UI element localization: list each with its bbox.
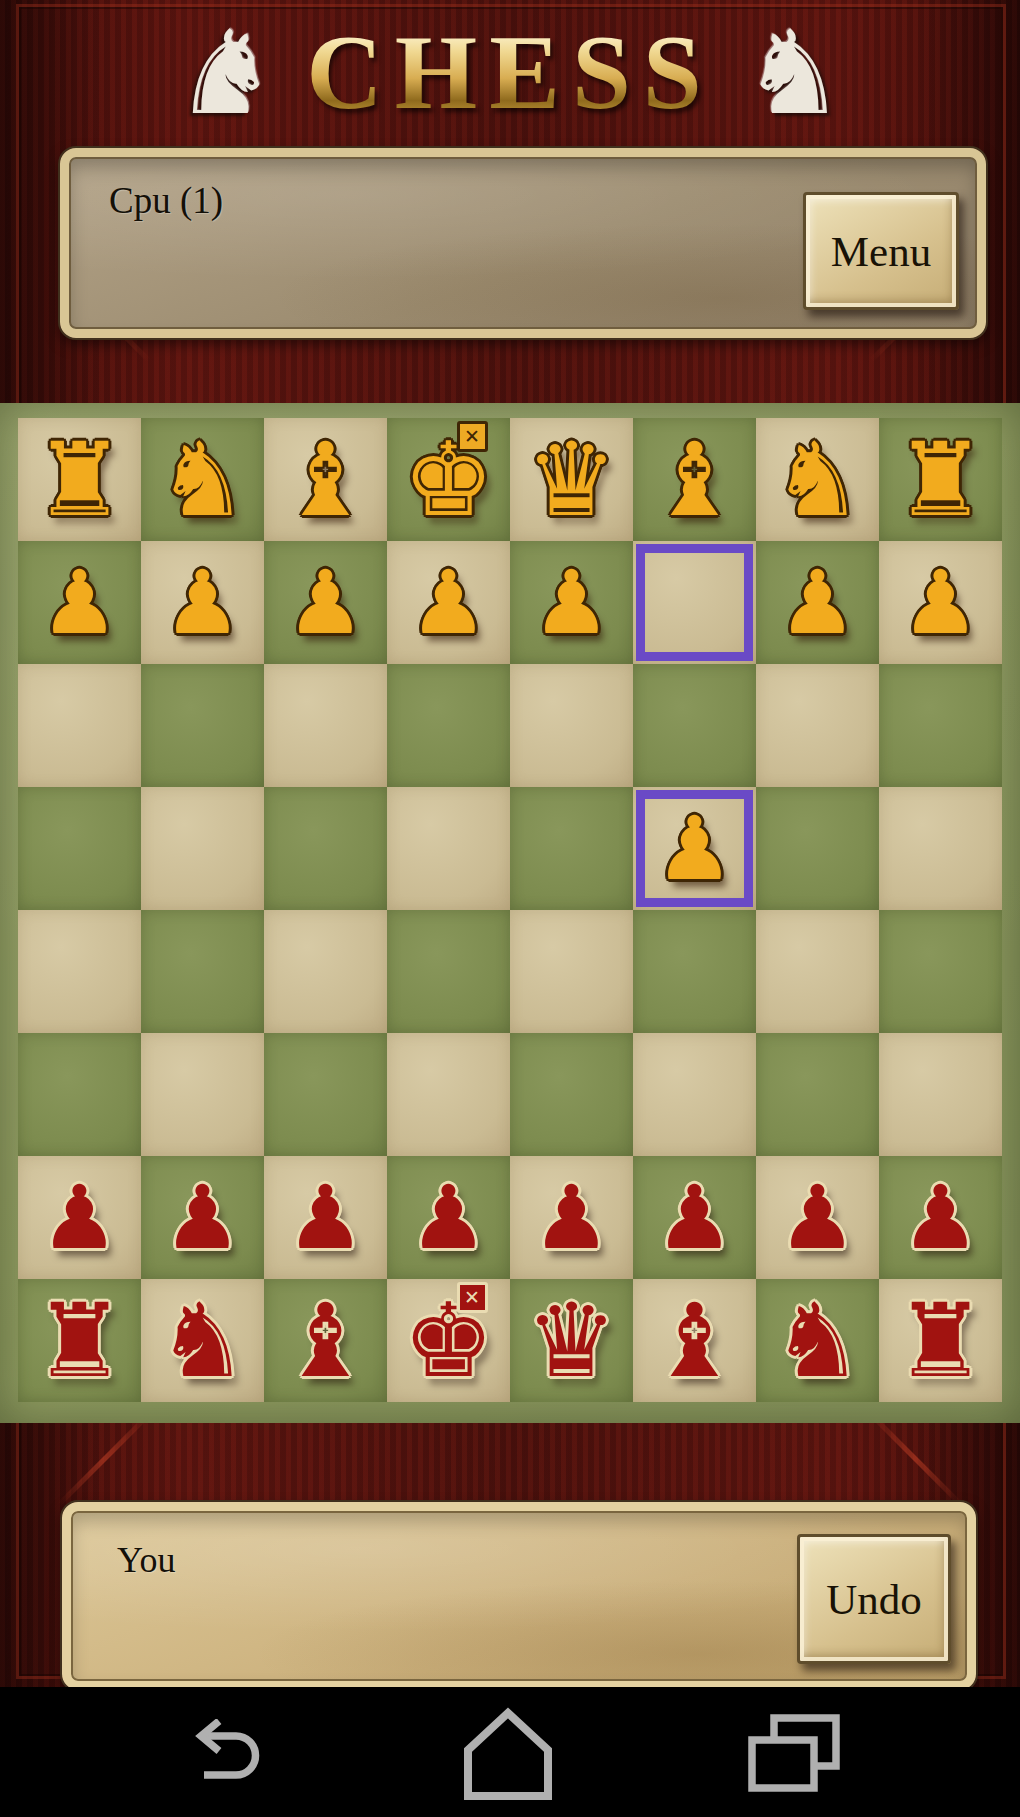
square-e3[interactable] (387, 664, 510, 787)
square-e4[interactable] (387, 787, 510, 910)
menu-button[interactable]: Menu (803, 192, 959, 310)
piece-white-pawn[interactable]: ♟ (40, 559, 119, 647)
piece-white-knight[interactable]: ♞ (772, 429, 863, 531)
square-e7[interactable]: ♟ (387, 1156, 510, 1279)
knight-left-icon: ♞ (174, 15, 278, 131)
square-b3[interactable] (756, 664, 879, 787)
square-e5[interactable] (387, 910, 510, 1033)
square-c2[interactable] (633, 541, 756, 664)
piece-black-pawn[interactable]: ♟ (655, 1174, 734, 1262)
square-c8[interactable]: ♝ (633, 1279, 756, 1402)
square-e2[interactable]: ♟ (387, 541, 510, 664)
square-d5[interactable] (510, 910, 633, 1033)
player-label: You (117, 1539, 175, 1581)
app-title: CHESS (306, 20, 714, 126)
square-d1[interactable]: ♛ (510, 418, 633, 541)
square-b1[interactable]: ♞ (756, 418, 879, 541)
square-c7[interactable]: ♟ (633, 1156, 756, 1279)
square-c6[interactable] (633, 1033, 756, 1156)
home-icon[interactable] (452, 1704, 564, 1800)
piece-white-pawn[interactable]: ♟ (655, 805, 734, 893)
square-g2[interactable]: ♟ (141, 541, 264, 664)
king-marker-icon: ✕ (457, 1282, 488, 1313)
piece-white-pawn[interactable]: ♟ (532, 559, 611, 647)
piece-white-rook[interactable]: ♜ (895, 429, 986, 531)
square-a6[interactable] (879, 1033, 1002, 1156)
square-d2[interactable]: ♟ (510, 541, 633, 664)
piece-white-bishop[interactable]: ♝ (280, 429, 371, 531)
square-b6[interactable] (756, 1033, 879, 1156)
piece-black-rook[interactable]: ♜ (34, 1290, 125, 1392)
square-g5[interactable] (141, 910, 264, 1033)
square-h8[interactable]: ♜ (18, 1279, 141, 1402)
opponent-status-panel: Cpu (1) Menu (60, 148, 986, 338)
square-e6[interactable] (387, 1033, 510, 1156)
square-b7[interactable]: ♟ (756, 1156, 879, 1279)
square-d7[interactable]: ♟ (510, 1156, 633, 1279)
square-c5[interactable] (633, 910, 756, 1033)
piece-black-pawn[interactable]: ♟ (163, 1174, 242, 1262)
piece-white-pawn[interactable]: ♟ (901, 559, 980, 647)
square-d4[interactable] (510, 787, 633, 910)
player-status-panel: You Undo (62, 1502, 976, 1690)
piece-black-pawn[interactable]: ♟ (901, 1174, 980, 1262)
piece-black-pawn[interactable]: ♟ (40, 1174, 119, 1262)
square-h7[interactable]: ♟ (18, 1156, 141, 1279)
square-c4[interactable]: ♟ (633, 787, 756, 910)
square-a1[interactable]: ♜ (879, 418, 1002, 541)
square-e1[interactable]: ♚✕ (387, 418, 510, 541)
square-h3[interactable] (18, 664, 141, 787)
piece-white-rook[interactable]: ♜ (34, 429, 125, 531)
square-e8[interactable]: ♚✕ (387, 1279, 510, 1402)
square-c1[interactable]: ♝ (633, 418, 756, 541)
undo-button[interactable]: Undo (797, 1534, 951, 1664)
piece-black-queen[interactable]: ♛ (526, 1290, 617, 1392)
square-f2[interactable]: ♟ (264, 541, 387, 664)
king-marker-icon: ✕ (457, 421, 488, 452)
piece-white-pawn[interactable]: ♟ (286, 559, 365, 647)
square-g1[interactable]: ♞ (141, 418, 264, 541)
chess-board: ♜♞♝♚✕♛♝♞♜♟♟♟♟♟♟♟♟♟♟♟♟♟♟♟♟♜♞♝♚✕♛♝♞♜ (0, 403, 1020, 1423)
square-f3[interactable] (264, 664, 387, 787)
square-f6[interactable] (264, 1033, 387, 1156)
square-g7[interactable]: ♟ (141, 1156, 264, 1279)
square-f5[interactable] (264, 910, 387, 1033)
piece-white-pawn[interactable]: ♟ (163, 559, 242, 647)
square-d3[interactable] (510, 664, 633, 787)
recents-icon[interactable] (742, 1712, 846, 1796)
square-a3[interactable] (879, 664, 1002, 787)
square-c3[interactable] (633, 664, 756, 787)
square-a8[interactable]: ♜ (879, 1279, 1002, 1402)
piece-white-pawn[interactable]: ♟ (409, 559, 488, 647)
square-a4[interactable] (879, 787, 1002, 910)
piece-black-pawn[interactable]: ♟ (532, 1174, 611, 1262)
square-a5[interactable] (879, 910, 1002, 1033)
piece-white-bishop[interactable]: ♝ (649, 429, 740, 531)
square-b4[interactable] (756, 787, 879, 910)
piece-white-knight[interactable]: ♞ (157, 429, 248, 531)
knight-right-icon: ♞ (742, 15, 846, 131)
square-b5[interactable] (756, 910, 879, 1033)
piece-white-queen[interactable]: ♛ (526, 429, 617, 531)
board-grid: ♜♞♝♚✕♛♝♞♜♟♟♟♟♟♟♟♟♟♟♟♟♟♟♟♟♜♞♝♚✕♛♝♞♜ (18, 418, 1002, 1402)
piece-black-knight[interactable]: ♞ (772, 1290, 863, 1392)
piece-black-pawn[interactable]: ♟ (778, 1174, 857, 1262)
square-f1[interactable]: ♝ (264, 418, 387, 541)
android-navigation-bar (0, 1687, 1020, 1817)
square-d6[interactable] (510, 1033, 633, 1156)
square-h6[interactable] (18, 1033, 141, 1156)
square-h4[interactable] (18, 787, 141, 910)
square-g3[interactable] (141, 664, 264, 787)
square-b2[interactable]: ♟ (756, 541, 879, 664)
square-g6[interactable] (141, 1033, 264, 1156)
square-b8[interactable]: ♞ (756, 1279, 879, 1402)
square-h2[interactable]: ♟ (18, 541, 141, 664)
square-f4[interactable] (264, 787, 387, 910)
piece-black-pawn[interactable]: ♟ (286, 1174, 365, 1262)
piece-black-bishop[interactable]: ♝ (280, 1290, 371, 1392)
piece-white-pawn[interactable]: ♟ (778, 559, 857, 647)
piece-black-bishop[interactable]: ♝ (649, 1290, 740, 1392)
square-f7[interactable]: ♟ (264, 1156, 387, 1279)
square-h5[interactable] (18, 910, 141, 1033)
square-a7[interactable]: ♟ (879, 1156, 1002, 1279)
opponent-label: Cpu (1) (109, 179, 223, 222)
piece-black-pawn[interactable]: ♟ (409, 1174, 488, 1262)
piece-black-knight[interactable]: ♞ (157, 1290, 248, 1392)
square-f8[interactable]: ♝ (264, 1279, 387, 1402)
square-g4[interactable] (141, 787, 264, 910)
title-bar: ♞ CHESS ♞ (0, 0, 1020, 145)
square-h1[interactable]: ♜ (18, 418, 141, 541)
square-g8[interactable]: ♞ (141, 1279, 264, 1402)
piece-black-rook[interactable]: ♜ (895, 1290, 986, 1392)
square-a2[interactable]: ♟ (879, 541, 1002, 664)
square-d8[interactable]: ♛ (510, 1279, 633, 1402)
back-icon[interactable] (176, 1719, 276, 1785)
